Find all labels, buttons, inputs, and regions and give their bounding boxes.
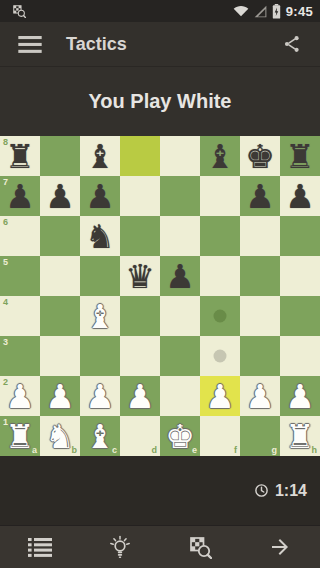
square-g2[interactable]: ♟ <box>240 376 280 416</box>
square-e1[interactable]: e♚ <box>160 416 200 456</box>
board-search-icon <box>188 535 212 559</box>
square-c7[interactable]: ♟ <box>80 176 120 216</box>
square-d1[interactable]: d <box>120 416 160 456</box>
square-e5[interactable]: ♟ <box>160 256 200 296</box>
black-knight[interactable]: ♞ <box>80 216 120 256</box>
square-a4[interactable]: 4 <box>0 296 40 336</box>
square-a7[interactable]: 7♟ <box>0 176 40 216</box>
square-b3[interactable] <box>40 336 80 376</box>
square-g1[interactable]: g <box>240 416 280 456</box>
square-f1[interactable]: f <box>200 416 240 456</box>
page-title: Tactics <box>66 34 278 55</box>
black-pawn[interactable]: ♟ <box>0 176 40 216</box>
rank-label: 6 <box>3 217 8 227</box>
legal-move-dot[interactable] <box>214 350 227 363</box>
white-rook[interactable]: ♜ <box>0 416 40 456</box>
square-h6[interactable] <box>280 216 320 256</box>
white-pawn[interactable]: ♟ <box>40 376 80 416</box>
timer-bar: 1:14 <box>0 456 320 525</box>
black-rook[interactable]: ♜ <box>280 136 320 176</box>
square-b4[interactable] <box>40 296 80 336</box>
banner-text: You Play White <box>89 90 232 113</box>
square-c3[interactable] <box>80 336 120 376</box>
square-f2[interactable]: ♟ <box>200 376 240 416</box>
square-h4[interactable] <box>280 296 320 336</box>
square-g6[interactable] <box>240 216 280 256</box>
clock-icon <box>254 483 269 498</box>
black-pawn[interactable]: ♟ <box>160 256 200 296</box>
rank-label: 3 <box>3 337 8 347</box>
square-f8[interactable]: ♝ <box>200 136 240 176</box>
square-f7[interactable] <box>200 176 240 216</box>
black-pawn[interactable]: ♟ <box>240 176 280 216</box>
black-pawn[interactable]: ♟ <box>280 176 320 216</box>
rank-label: 4 <box>3 297 8 307</box>
status-bar: 9:45 <box>0 0 320 22</box>
list-icon <box>28 538 52 557</box>
hamburger-menu-button[interactable] <box>14 32 46 57</box>
legal-move-dot[interactable] <box>214 310 227 323</box>
hamburger-menu-icon <box>18 36 42 53</box>
square-d4[interactable] <box>120 296 160 336</box>
banner: You Play White <box>0 66 320 136</box>
square-b8[interactable] <box>40 136 80 176</box>
black-queen[interactable]: ♛ <box>120 256 160 296</box>
arrow-right-icon <box>268 535 292 559</box>
square-e3[interactable] <box>160 336 200 376</box>
tactics-notification-icon <box>12 4 26 18</box>
white-knight[interactable]: ♞ <box>40 416 80 456</box>
white-pawn[interactable]: ♟ <box>120 376 160 416</box>
square-f4[interactable] <box>200 296 240 336</box>
square-a1[interactable]: 1a♜ <box>0 416 40 456</box>
square-b6[interactable] <box>40 216 80 256</box>
square-d7[interactable] <box>120 176 160 216</box>
square-e2[interactable] <box>160 376 200 416</box>
square-b1[interactable]: b♞ <box>40 416 80 456</box>
file-label: g <box>272 445 278 455</box>
share-icon <box>282 34 302 54</box>
square-f3[interactable] <box>200 336 240 376</box>
white-pawn[interactable]: ♟ <box>80 376 120 416</box>
white-rook[interactable]: ♜ <box>280 416 320 456</box>
square-c2[interactable]: ♟ <box>80 376 120 416</box>
square-a3[interactable]: 3 <box>0 336 40 376</box>
square-c4[interactable]: ♝ <box>80 296 120 336</box>
square-h2[interactable]: ♟ <box>280 376 320 416</box>
square-h5[interactable] <box>280 256 320 296</box>
square-g8[interactable]: ♚ <box>240 136 280 176</box>
square-e8[interactable] <box>160 136 200 176</box>
square-d3[interactable] <box>120 336 160 376</box>
white-pawn[interactable]: ♟ <box>240 376 280 416</box>
square-a6[interactable]: 6 <box>0 216 40 256</box>
share-button[interactable] <box>278 30 306 58</box>
chess-board[interactable]: 8♜♝♝♚♜7♟♟♟♟♟6♞5♛♟4♝32♟♟♟♟♟♟♟1a♜b♞c♝de♚fg… <box>0 136 320 456</box>
square-c5[interactable] <box>80 256 120 296</box>
square-a8[interactable]: 8♜ <box>0 136 40 176</box>
black-pawn[interactable]: ♟ <box>40 176 80 216</box>
white-pawn[interactable]: ♟ <box>200 376 240 416</box>
square-b2[interactable]: ♟ <box>40 376 80 416</box>
square-e6[interactable] <box>160 216 200 256</box>
black-king[interactable]: ♚ <box>240 136 280 176</box>
square-c1[interactable]: c♝ <box>80 416 120 456</box>
black-rook[interactable]: ♜ <box>0 136 40 176</box>
cellular-signal-icon <box>254 5 267 18</box>
lightbulb-icon <box>108 535 132 559</box>
square-h8[interactable]: ♜ <box>280 136 320 176</box>
square-c6[interactable]: ♞ <box>80 216 120 256</box>
rank-label: 5 <box>3 257 8 267</box>
status-time: 9:45 <box>286 4 313 19</box>
square-d8[interactable] <box>120 136 160 176</box>
black-bishop[interactable]: ♝ <box>200 136 240 176</box>
square-d6[interactable] <box>120 216 160 256</box>
timer-value: 1:14 <box>275 482 307 500</box>
wifi-icon <box>233 5 249 17</box>
square-a2[interactable]: 2♟ <box>0 376 40 416</box>
battery-charging-icon <box>272 4 281 19</box>
bottom-toolbar <box>0 525 320 568</box>
square-g5[interactable] <box>240 256 280 296</box>
file-label: d <box>152 445 158 455</box>
black-bishop[interactable]: ♝ <box>80 136 120 176</box>
analysis-button[interactable] <box>160 526 240 568</box>
square-h3[interactable] <box>280 336 320 376</box>
square-b5[interactable] <box>40 256 80 296</box>
app-bar: Tactics <box>0 22 320 66</box>
square-e7[interactable] <box>160 176 200 216</box>
white-king[interactable]: ♚ <box>160 416 200 456</box>
square-g7[interactable]: ♟ <box>240 176 280 216</box>
square-c8[interactable]: ♝ <box>80 136 120 176</box>
problem-list-button[interactable] <box>0 526 80 568</box>
square-f6[interactable] <box>200 216 240 256</box>
square-g4[interactable] <box>240 296 280 336</box>
tactics-screen: 9:45 Tactics You Play White 8♜♝♝♚♜7♟♟♟♟♟… <box>0 0 320 568</box>
hint-button[interactable] <box>80 526 160 568</box>
square-h1[interactable]: h♜ <box>280 416 320 456</box>
file-label: f <box>234 445 237 455</box>
next-button[interactable] <box>240 526 320 568</box>
square-d5[interactable]: ♛ <box>120 256 160 296</box>
square-a5[interactable]: 5 <box>0 256 40 296</box>
square-h7[interactable]: ♟ <box>280 176 320 216</box>
square-g3[interactable] <box>240 336 280 376</box>
square-d2[interactable]: ♟ <box>120 376 160 416</box>
square-f5[interactable] <box>200 256 240 296</box>
white-pawn[interactable]: ♟ <box>280 376 320 416</box>
white-bishop[interactable]: ♝ <box>80 416 120 456</box>
black-pawn[interactable]: ♟ <box>80 176 120 216</box>
white-bishop[interactable]: ♝ <box>80 296 120 336</box>
square-b7[interactable]: ♟ <box>40 176 80 216</box>
square-e4[interactable] <box>160 296 200 336</box>
white-pawn[interactable]: ♟ <box>0 376 40 416</box>
